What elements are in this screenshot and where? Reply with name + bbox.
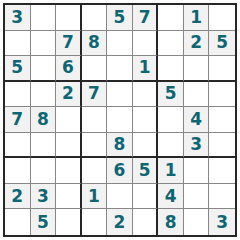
sudoku-cell-r5c7[interactable] bbox=[158, 107, 184, 133]
sudoku-cell-r9c6[interactable] bbox=[133, 209, 159, 235]
sudoku-cell-r5c6[interactable] bbox=[133, 107, 159, 133]
sudoku-cell-r5c5[interactable] bbox=[107, 107, 133, 133]
sudoku-cell-r7c6: 5 bbox=[133, 158, 159, 184]
sudoku-cell-r8c1: 2 bbox=[5, 184, 31, 210]
sudoku-cell-r3c2[interactable] bbox=[31, 56, 57, 82]
sudoku-cell-r7c3[interactable] bbox=[56, 158, 82, 184]
sudoku-cell-r1c3[interactable] bbox=[56, 5, 82, 31]
sudoku-cell-r3c6: 1 bbox=[133, 56, 159, 82]
sudoku-cell-r7c2[interactable] bbox=[31, 158, 57, 184]
sudoku-cell-r9c7: 8 bbox=[158, 209, 184, 235]
sudoku-cell-r4c7: 5 bbox=[158, 82, 184, 108]
sudoku-cell-r1c7[interactable] bbox=[158, 5, 184, 31]
sudoku-cell-r5c4[interactable] bbox=[82, 107, 108, 133]
sudoku-cell-r6c8: 3 bbox=[184, 133, 210, 159]
sudoku-cell-r8c7: 4 bbox=[158, 184, 184, 210]
sudoku-cell-r9c4[interactable] bbox=[82, 209, 108, 235]
sudoku-cell-r7c5: 6 bbox=[107, 158, 133, 184]
sudoku-cell-r8c2: 3 bbox=[31, 184, 57, 210]
sudoku-cell-r8c4: 1 bbox=[82, 184, 108, 210]
sudoku-cell-r8c9[interactable] bbox=[209, 184, 235, 210]
sudoku-cell-r9c5: 2 bbox=[107, 209, 133, 235]
sudoku-cell-r9c1[interactable] bbox=[5, 209, 31, 235]
sudoku-cell-r6c4[interactable] bbox=[82, 133, 108, 159]
sudoku-cell-r2c2[interactable] bbox=[31, 31, 57, 57]
sudoku-cell-r3c5[interactable] bbox=[107, 56, 133, 82]
sudoku-cell-r9c9: 3 bbox=[209, 209, 235, 235]
sudoku-cell-r6c6[interactable] bbox=[133, 133, 159, 159]
sudoku-cell-r5c3[interactable] bbox=[56, 107, 82, 133]
sudoku-cell-r3c9[interactable] bbox=[209, 56, 235, 82]
sudoku-cell-r9c3[interactable] bbox=[56, 209, 82, 235]
sudoku-cell-r9c8[interactable] bbox=[184, 209, 210, 235]
sudoku-cell-r4c8[interactable] bbox=[184, 82, 210, 108]
sudoku-cell-r1c2[interactable] bbox=[31, 5, 57, 31]
sudoku-cell-r7c9[interactable] bbox=[209, 158, 235, 184]
sudoku-cell-r2c1[interactable] bbox=[5, 31, 31, 57]
sudoku-cell-r3c8[interactable] bbox=[184, 56, 210, 82]
sudoku-cell-r1c9[interactable] bbox=[209, 5, 235, 31]
sudoku-board: 357178255612757848365123145283 bbox=[3, 3, 237, 237]
sudoku-cell-r8c8[interactable] bbox=[184, 184, 210, 210]
sudoku-cell-r5c2: 8 bbox=[31, 107, 57, 133]
sudoku-cell-r1c5: 5 bbox=[107, 5, 133, 31]
sudoku-cell-r3c4[interactable] bbox=[82, 56, 108, 82]
sudoku-cell-r7c4[interactable] bbox=[82, 158, 108, 184]
sudoku-cell-r4c1[interactable] bbox=[5, 82, 31, 108]
sudoku-cell-r2c3: 7 bbox=[56, 31, 82, 57]
sudoku-cell-r2c6[interactable] bbox=[133, 31, 159, 57]
sudoku-cell-r2c4: 8 bbox=[82, 31, 108, 57]
sudoku-cell-r6c5: 8 bbox=[107, 133, 133, 159]
sudoku-cell-r7c7: 1 bbox=[158, 158, 184, 184]
sudoku-cell-r7c1[interactable] bbox=[5, 158, 31, 184]
sudoku-cell-r4c9[interactable] bbox=[209, 82, 235, 108]
sudoku-cell-r1c1: 3 bbox=[5, 5, 31, 31]
sudoku-page: 357178255612757848365123145283 bbox=[0, 0, 240, 240]
sudoku-cell-r4c5[interactable] bbox=[107, 82, 133, 108]
sudoku-cell-r1c6: 7 bbox=[133, 5, 159, 31]
sudoku-cell-r6c7[interactable] bbox=[158, 133, 184, 159]
sudoku-cell-r5c8: 4 bbox=[184, 107, 210, 133]
sudoku-cell-r6c1[interactable] bbox=[5, 133, 31, 159]
sudoku-cell-r8c5[interactable] bbox=[107, 184, 133, 210]
sudoku-cell-r9c2: 5 bbox=[31, 209, 57, 235]
sudoku-cell-r4c4: 7 bbox=[82, 82, 108, 108]
sudoku-cell-r5c9[interactable] bbox=[209, 107, 235, 133]
sudoku-cell-r3c3: 6 bbox=[56, 56, 82, 82]
sudoku-cell-r3c1: 5 bbox=[5, 56, 31, 82]
sudoku-cell-r6c2[interactable] bbox=[31, 133, 57, 159]
sudoku-cell-r3c7[interactable] bbox=[158, 56, 184, 82]
sudoku-cell-r4c6[interactable] bbox=[133, 82, 159, 108]
sudoku-cell-r2c8: 2 bbox=[184, 31, 210, 57]
sudoku-cell-r7c8[interactable] bbox=[184, 158, 210, 184]
sudoku-cell-r8c6[interactable] bbox=[133, 184, 159, 210]
sudoku-cell-r2c7[interactable] bbox=[158, 31, 184, 57]
sudoku-cell-r1c4[interactable] bbox=[82, 5, 108, 31]
sudoku-cell-r2c9: 5 bbox=[209, 31, 235, 57]
sudoku-cell-r1c8: 1 bbox=[184, 5, 210, 31]
sudoku-cell-r4c3: 2 bbox=[56, 82, 82, 108]
sudoku-cell-r2c5[interactable] bbox=[107, 31, 133, 57]
sudoku-cell-r6c9[interactable] bbox=[209, 133, 235, 159]
sudoku-cell-r5c1: 7 bbox=[5, 107, 31, 133]
sudoku-cell-r4c2[interactable] bbox=[31, 82, 57, 108]
sudoku-cell-r6c3[interactable] bbox=[56, 133, 82, 159]
sudoku-cell-r8c3[interactable] bbox=[56, 184, 82, 210]
